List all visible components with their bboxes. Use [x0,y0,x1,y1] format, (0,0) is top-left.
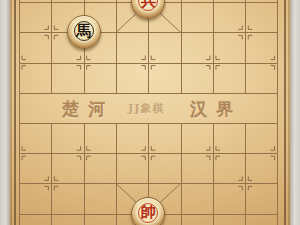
board-cell [51,123,83,153]
board-cell [84,183,116,213]
piece-red-soldier[interactable]: 兵 [131,0,165,19]
board-cell [213,63,245,93]
board-cell [116,63,148,93]
board-border-right [284,0,286,225]
board-cell [19,93,51,123]
xiangqi-board[interactable]: 楚河 JJ象棋 汉界 兵馬帥 [0,0,300,225]
app-watermark-icon: JJ象棋 [128,101,164,116]
board-cell [19,153,51,183]
board-cell [84,63,116,93]
board-cell [213,2,245,32]
river-label-right: 汉界 [190,98,242,121]
board-cell [148,32,180,62]
board-cell [51,63,83,93]
board-edge-seam-left [10,0,12,225]
board-cell [181,153,213,183]
board-cell [51,214,83,225]
board-cell [19,214,51,225]
board-cell [51,183,83,213]
piece-glyph: 馬 [68,15,100,47]
board-cell [181,183,213,213]
board-cell [213,214,245,225]
board-cell [245,123,277,153]
board-cell [51,153,83,183]
board-border-left [14,0,16,225]
board-cell [181,32,213,62]
board-cell [245,2,277,32]
board-cell [148,63,180,93]
board-cell [19,123,51,153]
board-cell [181,214,213,225]
frame-left [0,0,10,225]
board-cell [181,63,213,93]
board-cell [181,123,213,153]
piece-red-general[interactable]: 帥 [131,197,165,225]
board-cell [245,214,277,225]
board-cell [213,32,245,62]
piece-glyph: 兵 [132,0,164,17]
board-cell [148,123,180,153]
board-cell [116,123,148,153]
piece-glyph: 帥 [132,197,164,225]
board-cell [116,153,148,183]
board-cell [245,183,277,213]
board-cell [213,123,245,153]
board-cell [84,214,116,225]
board-cell [19,2,51,32]
board-cell [116,32,148,62]
board-cell [213,183,245,213]
frame-right [290,0,300,225]
board-cell [245,93,277,123]
river-label-left: 楚河 [62,98,114,121]
board-cell [213,153,245,183]
board-cell [84,153,116,183]
piece-black-horse[interactable]: 馬 [67,15,101,49]
board-cell [19,63,51,93]
board-cell [19,183,51,213]
board-cell [148,153,180,183]
board-cell [181,2,213,32]
board-cell [245,63,277,93]
board-cell [19,32,51,62]
board-cell [245,32,277,62]
board-cell [84,123,116,153]
board-cell [245,153,277,183]
